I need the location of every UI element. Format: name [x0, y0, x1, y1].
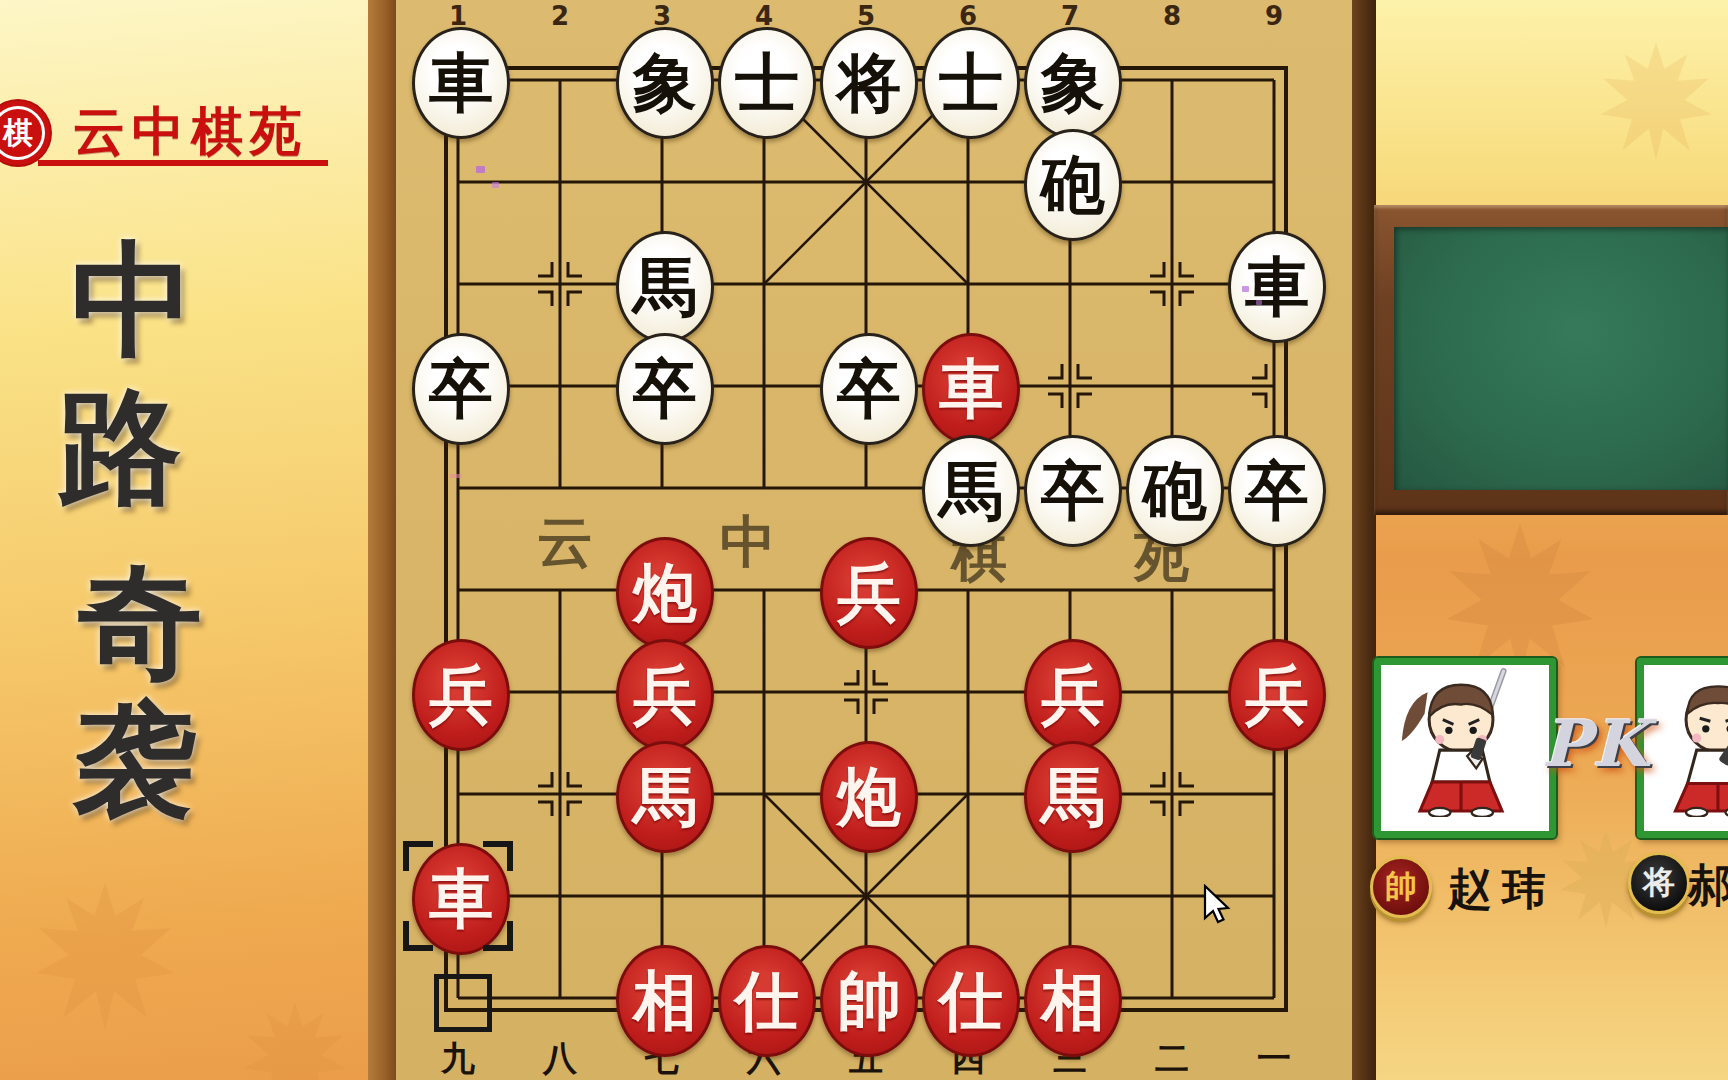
piece-red-兵[interactable]: 兵 [1024, 639, 1122, 751]
title-char-奇: 奇 [78, 560, 202, 684]
piece-red-相[interactable]: 相 [616, 945, 714, 1057]
piece-black-士[interactable]: 士 [718, 27, 816, 139]
piece-red-馬[interactable]: 馬 [616, 741, 714, 853]
chalkboard-surface [1394, 227, 1728, 490]
piece-red-兵[interactable]: 兵 [820, 537, 918, 649]
river-char: 云 [537, 505, 593, 581]
red-badge-char: 帥 [1385, 865, 1417, 909]
piece-black-車[interactable]: 車 [412, 27, 510, 139]
girl-warrior-avatar [1381, 665, 1535, 817]
piece-red-馬[interactable]: 馬 [1024, 741, 1122, 853]
video-artifact [492, 182, 499, 188]
maple-leaf-icon [1596, 40, 1716, 160]
black-player-avatar [1637, 658, 1728, 838]
piece-black-砲[interactable]: 砲 [1126, 435, 1224, 547]
black-player-name: 郝 [1688, 856, 1728, 915]
maple-leaf-icon [1440, 520, 1600, 680]
piece-black-象[interactable]: 象 [616, 27, 714, 139]
promo-chalkboard: 15套专题讲注重棋理全面剖点击关注首页专海量内容不容错 [1374, 205, 1728, 515]
logo-underline [38, 160, 328, 166]
maple-leaf-icon [30, 880, 180, 1030]
piece-black-将[interactable]: 将 [820, 27, 918, 139]
piece-black-士[interactable]: 士 [922, 27, 1020, 139]
app-window: 棋 云中棋苑 中路奇袭 123456789 九八七六五四三二一 云中棋苑 車象士… [0, 0, 1728, 1080]
title-char-中: 中 [71, 238, 195, 362]
video-artifact [450, 474, 462, 478]
piece-black-卒[interactable]: 卒 [616, 333, 714, 445]
video-artifact [1242, 286, 1249, 292]
board-frame-right [1352, 0, 1376, 1080]
maple-leaf-icon [240, 1000, 350, 1080]
black-general-badge: 将 [1628, 852, 1690, 914]
logo-text: 云中棋苑 [60, 104, 322, 158]
red-player-avatar [1374, 658, 1556, 838]
piece-red-兵[interactable]: 兵 [412, 639, 510, 751]
piece-black-馬[interactable]: 馬 [616, 231, 714, 343]
piece-black-卒[interactable]: 卒 [1024, 435, 1122, 547]
piece-red-相[interactable]: 相 [1024, 945, 1122, 1057]
black-badge-char: 将 [1643, 861, 1675, 905]
piece-red-炮[interactable]: 炮 [820, 741, 918, 853]
red-player-name: 赵玮 [1448, 860, 1556, 919]
last-move-origin-marker [434, 974, 492, 1032]
mouse-cursor [1203, 884, 1233, 926]
file-label-bottom-2: 八 [543, 1036, 577, 1080]
piece-red-車[interactable]: 車 [412, 843, 510, 955]
title-char-路: 路 [58, 385, 182, 509]
piece-black-砲[interactable]: 砲 [1024, 129, 1122, 241]
file-label-bottom-8: 二 [1155, 1036, 1189, 1080]
boy-warrior-avatar [1644, 665, 1728, 817]
file-label-top-2: 2 [551, 1, 569, 31]
piece-red-仕[interactable]: 仕 [718, 945, 816, 1057]
logo-seal-char: 棋 [0, 101, 50, 165]
video-artifact [476, 166, 485, 173]
file-label-top-9: 9 [1265, 1, 1283, 31]
file-label-bottom-9: 一 [1257, 1036, 1291, 1080]
pk-versus-label: PK [1542, 706, 1648, 781]
red-general-badge: 帥 [1370, 856, 1432, 918]
piece-red-帥[interactable]: 帥 [820, 945, 918, 1057]
video-artifact [1256, 300, 1262, 305]
piece-black-象[interactable]: 象 [1024, 27, 1122, 139]
piece-red-兵[interactable]: 兵 [616, 639, 714, 751]
file-label-bottom-1: 九 [441, 1036, 475, 1080]
logo-seal-icon: 棋 [0, 101, 50, 165]
board-frame-left [368, 0, 396, 1080]
piece-red-仕[interactable]: 仕 [922, 945, 1020, 1057]
piece-red-兵[interactable]: 兵 [1228, 639, 1326, 751]
piece-black-卒[interactable]: 卒 [412, 333, 510, 445]
piece-black-卒[interactable]: 卒 [1228, 435, 1326, 547]
piece-red-炮[interactable]: 炮 [616, 537, 714, 649]
piece-black-卒[interactable]: 卒 [820, 333, 918, 445]
file-label-top-8: 8 [1163, 1, 1181, 31]
piece-black-馬[interactable]: 馬 [922, 435, 1020, 547]
river-char: 中 [720, 505, 776, 581]
piece-red-車[interactable]: 車 [922, 333, 1020, 445]
title-char-袭: 袭 [73, 698, 197, 822]
